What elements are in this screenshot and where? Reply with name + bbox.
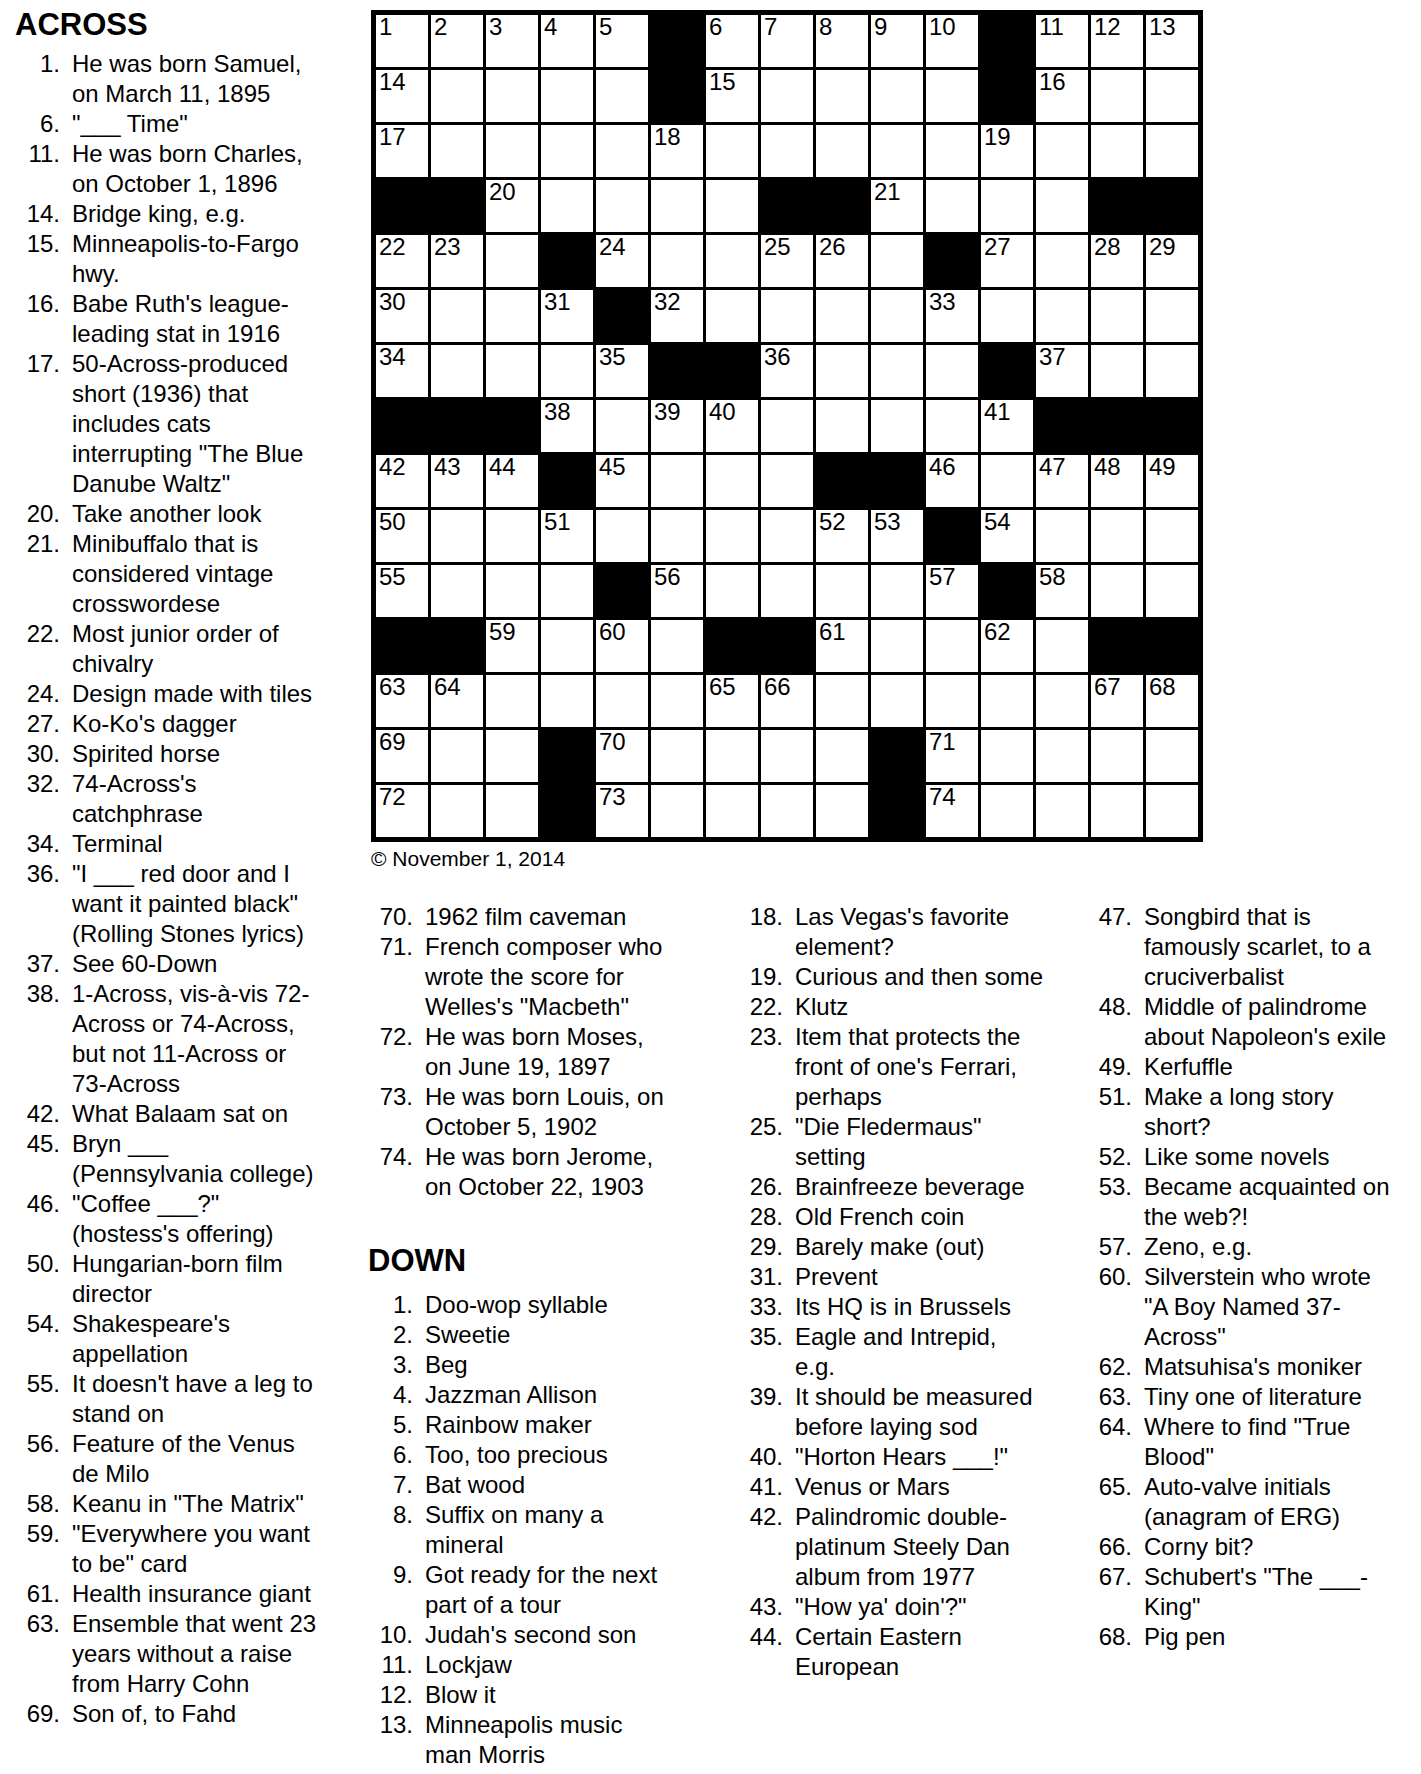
cell-r15c13[interactable] (1036, 785, 1088, 837)
clue-text: Kerfuffle (1144, 1052, 1233, 1082)
cell-r9c1[interactable]: 42 (376, 455, 428, 507)
cell-number: 50 (379, 509, 406, 535)
clue: 8.Suffix on many a mineral (353, 1500, 683, 1560)
cell-r15c2[interactable] (431, 785, 483, 837)
cell-r11c1[interactable]: 55 (376, 565, 428, 617)
cell-r13c5[interactable] (596, 675, 648, 727)
cell-r2c8[interactable] (761, 70, 813, 122)
cell-r14c6[interactable] (651, 730, 703, 782)
cell-r1c3[interactable]: 3 (486, 15, 538, 67)
cell-r8c10[interactable] (871, 400, 923, 452)
clue-number: 38. (0, 979, 60, 1009)
clue: 11.He was born Charles, on October 1, 18… (0, 139, 360, 199)
cell-r5c7[interactable] (706, 235, 758, 287)
cell-r14c15[interactable] (1146, 730, 1198, 782)
cell-r5c10[interactable] (871, 235, 923, 287)
clue: 22.Klutz (723, 992, 1063, 1022)
cell-r2c10[interactable] (871, 70, 923, 122)
cell-r14c12[interactable] (981, 730, 1033, 782)
cell-number: 54 (984, 509, 1011, 535)
cell-r13c2[interactable]: 64 (431, 675, 483, 727)
cell-r8c5[interactable] (596, 400, 648, 452)
clue-text: French composer who wrote the score for … (425, 932, 662, 1022)
cell-r3c12[interactable]: 19 (981, 125, 1033, 177)
cell-r5c15[interactable]: 29 (1146, 235, 1198, 287)
cell-r13c8[interactable]: 66 (761, 675, 813, 727)
cell-r15c9[interactable] (816, 785, 868, 837)
cell-r13c13[interactable] (1036, 675, 1088, 727)
clue-text: "Die Fledermaus" setting (795, 1112, 981, 1172)
cell-r12c4[interactable] (541, 620, 593, 672)
clue: 65.Auto-valve initials (anagram of ERG) (1072, 1472, 1417, 1532)
cell-r3c6[interactable]: 18 (651, 125, 703, 177)
cell-r1c10[interactable]: 9 (871, 15, 923, 67)
clue: 5.Rainbow maker (353, 1410, 683, 1440)
cell-number: 34 (379, 344, 406, 370)
black-cell-r5c4 (541, 235, 593, 287)
clue: 42.What Balaam sat on (0, 1099, 360, 1129)
clue-number: 2. (353, 1320, 413, 1350)
cell-r11c9[interactable] (816, 565, 868, 617)
clue-text: Make a long story short? (1144, 1082, 1333, 1142)
cell-r9c8[interactable] (761, 455, 813, 507)
clue-number: 37. (0, 949, 60, 979)
clue: 41.Venus or Mars (723, 1472, 1063, 1502)
cell-r3c9[interactable] (816, 125, 868, 177)
cell-r11c4[interactable] (541, 565, 593, 617)
clue-number: 69. (0, 1699, 60, 1729)
clue-text: Spirited horse (72, 739, 220, 769)
clue-number: 13. (353, 1710, 413, 1740)
cell-number: 8 (819, 14, 832, 40)
cell-r12c9[interactable]: 61 (816, 620, 868, 672)
clue-number: 20. (0, 499, 60, 529)
cell-r3c14[interactable] (1091, 125, 1143, 177)
clue-text: Rainbow maker (425, 1410, 592, 1440)
cell-r13c6[interactable] (651, 675, 703, 727)
cell-r10c4[interactable]: 51 (541, 510, 593, 562)
cell-r13c1[interactable]: 63 (376, 675, 428, 727)
cell-number: 68 (1149, 674, 1176, 700)
cell-r2c4[interactable] (541, 70, 593, 122)
clue: 40."Horton Hears ___!" (723, 1442, 1063, 1472)
cell-r3c1[interactable]: 17 (376, 125, 428, 177)
clue-number: 11. (0, 139, 60, 169)
cell-r6c1[interactable]: 30 (376, 290, 428, 342)
cell-r11c15[interactable] (1146, 565, 1198, 617)
cell-r11c8[interactable] (761, 565, 813, 617)
cell-r1c7[interactable]: 6 (706, 15, 758, 67)
cell-r11c2[interactable] (431, 565, 483, 617)
cell-r8c7[interactable]: 40 (706, 400, 758, 452)
cell-r4c4[interactable] (541, 180, 593, 232)
cell-r11c13[interactable]: 58 (1036, 565, 1088, 617)
cell-r7c15[interactable] (1146, 345, 1198, 397)
clue-number: 66. (1072, 1532, 1132, 1562)
cell-r8c8[interactable] (761, 400, 813, 452)
cell-r5c5[interactable]: 24 (596, 235, 648, 287)
cell-r8c12[interactable]: 41 (981, 400, 1033, 452)
cell-number: 73 (599, 784, 626, 810)
clue-text: Jazzman Allison (425, 1380, 597, 1410)
cell-r2c5[interactable] (596, 70, 648, 122)
cell-r13c7[interactable]: 65 (706, 675, 758, 727)
cell-number: 12 (1094, 14, 1121, 40)
clue-number: 22. (0, 619, 60, 649)
cell-r2c11[interactable] (926, 70, 978, 122)
clue-text: See 60-Down (72, 949, 217, 979)
cell-r13c14[interactable]: 67 (1091, 675, 1143, 727)
cell-r2c9[interactable] (816, 70, 868, 122)
clue-text: Klutz (795, 992, 848, 1022)
black-cell-r2c12 (981, 70, 1033, 122)
cell-r8c4[interactable]: 38 (541, 400, 593, 452)
cell-r12c10[interactable] (871, 620, 923, 672)
clue: 38.1-Across, vis-à-vis 72- Across or 74-… (0, 979, 360, 1099)
cell-r12c13[interactable] (1036, 620, 1088, 672)
clue: 63.Tiny one of literature (1072, 1382, 1417, 1412)
cell-r3c3[interactable] (486, 125, 538, 177)
clue: 39.It should be measured before laying s… (723, 1382, 1063, 1442)
clue-text: Certain Eastern European (795, 1622, 962, 1682)
black-cell-r14c4 (541, 730, 593, 782)
clue-number: 12. (353, 1680, 413, 1710)
cell-r13c12[interactable] (981, 675, 1033, 727)
cell-r1c8[interactable]: 7 (761, 15, 813, 67)
cell-r15c14[interactable] (1091, 785, 1143, 837)
clue-number: 33. (723, 1292, 783, 1322)
down-clue-list: 1.Doo-wop syllable2.Sweetie3.Beg4.Jazzma… (353, 1290, 683, 1770)
clue-text: Minneapolis-to-Fargo hwy. (72, 229, 299, 289)
cell-r9c15[interactable]: 49 (1146, 455, 1198, 507)
clue: 69.Son of, to Fahd (0, 1699, 360, 1729)
cell-r2c13[interactable]: 16 (1036, 70, 1088, 122)
cell-r5c3[interactable] (486, 235, 538, 287)
clue-number: 63. (1072, 1382, 1132, 1412)
clue: 45.Bryn ___ (Pennsylvania college) (0, 1129, 360, 1189)
black-cell-r15c10 (871, 785, 923, 837)
clue-number: 19. (723, 962, 783, 992)
clue: 49.Kerfuffle (1072, 1052, 1417, 1082)
cell-r11c7[interactable] (706, 565, 758, 617)
cell-r9c11[interactable]: 46 (926, 455, 978, 507)
clue-text: 50-Across-produced short (1936) that inc… (72, 349, 303, 499)
cell-r14c3[interactable] (486, 730, 538, 782)
cell-r3c4[interactable] (541, 125, 593, 177)
clue-number: 27. (0, 709, 60, 739)
cell-r13c4[interactable] (541, 675, 593, 727)
black-cell-r12c8 (761, 620, 813, 672)
cell-r9c6[interactable] (651, 455, 703, 507)
clue-number: 43. (723, 1592, 783, 1622)
cell-r6c2[interactable] (431, 290, 483, 342)
cell-r2c3[interactable] (486, 70, 538, 122)
cell-r5c1[interactable]: 22 (376, 235, 428, 287)
clue-number: 14. (0, 199, 60, 229)
cell-r6c13[interactable] (1036, 290, 1088, 342)
clue: 52.Like some novels (1072, 1142, 1417, 1172)
cell-r1c13[interactable]: 11 (1036, 15, 1088, 67)
cell-r6c9[interactable] (816, 290, 868, 342)
clue-text: Auto-valve initials (anagram of ERG) (1144, 1472, 1340, 1532)
clue: 59."Everywhere you want to be" card (0, 1519, 360, 1579)
cell-r10c13[interactable] (1036, 510, 1088, 562)
cell-r3c7[interactable] (706, 125, 758, 177)
cell-r2c7[interactable]: 15 (706, 70, 758, 122)
clue-text: "I ___ red door and I want it painted bl… (72, 859, 304, 949)
cell-r4c5[interactable] (596, 180, 648, 232)
cell-r7c5[interactable]: 35 (596, 345, 648, 397)
cell-r6c8[interactable] (761, 290, 813, 342)
clue-text: Its HQ is in Brussels (795, 1292, 1011, 1322)
cell-r9c7[interactable] (706, 455, 758, 507)
cell-number: 7 (764, 14, 777, 40)
cell-number: 30 (379, 289, 406, 315)
clue-number: 32. (0, 769, 60, 799)
cell-r6c14[interactable] (1091, 290, 1143, 342)
clue-text: Babe Ruth's league- leading stat in 1916 (72, 289, 289, 349)
clue: 14.Bridge king, e.g. (0, 199, 360, 229)
cell-r6c7[interactable] (706, 290, 758, 342)
cell-r14c1[interactable]: 69 (376, 730, 428, 782)
cell-r5c8[interactable]: 25 (761, 235, 813, 287)
cell-r10c8[interactable] (761, 510, 813, 562)
clue-number: 7. (353, 1470, 413, 1500)
cell-r4c7[interactable] (706, 180, 758, 232)
cell-r5c12[interactable]: 27 (981, 235, 1033, 287)
clue-number: 24. (0, 679, 60, 709)
cell-r3c15[interactable] (1146, 125, 1198, 177)
cell-r5c9[interactable]: 26 (816, 235, 868, 287)
clue-number: 62. (1072, 1352, 1132, 1382)
cell-number: 69 (379, 729, 406, 755)
cell-r6c15[interactable] (1146, 290, 1198, 342)
cell-r5c13[interactable] (1036, 235, 1088, 287)
cell-r7c11[interactable] (926, 345, 978, 397)
cell-r6c11[interactable]: 33 (926, 290, 978, 342)
cell-r10c7[interactable] (706, 510, 758, 562)
clue-number: 26. (723, 1172, 783, 1202)
clue-text: Venus or Mars (795, 1472, 950, 1502)
cell-r4c11[interactable] (926, 180, 978, 232)
cell-number: 67 (1094, 674, 1121, 700)
cell-r1c15[interactable]: 13 (1146, 15, 1198, 67)
clue: 13.Minneapolis music man Morris (353, 1710, 683, 1770)
cell-r15c3[interactable] (486, 785, 538, 837)
clue-number: 72. (353, 1022, 413, 1052)
cell-r14c5[interactable]: 70 (596, 730, 648, 782)
cell-r2c1[interactable]: 14 (376, 70, 428, 122)
cell-r15c11[interactable]: 74 (926, 785, 978, 837)
down-clue-list-end: 47.Songbird that is famously scarlet, to… (1072, 902, 1417, 1652)
clue-number: 4. (353, 1380, 413, 1410)
black-cell-r4c2 (431, 180, 483, 232)
clue: 24.Design made with tiles (0, 679, 360, 709)
cell-r1c5[interactable]: 5 (596, 15, 648, 67)
cell-r10c5[interactable] (596, 510, 648, 562)
cell-r4c13[interactable] (1036, 180, 1088, 232)
cell-r12c5[interactable]: 60 (596, 620, 648, 672)
cell-number: 70 (599, 729, 626, 755)
cell-r9c3[interactable]: 44 (486, 455, 538, 507)
cell-r12c3[interactable]: 59 (486, 620, 538, 672)
cell-r14c2[interactable] (431, 730, 483, 782)
clue-number: 40. (723, 1442, 783, 1472)
cell-r1c4[interactable]: 4 (541, 15, 593, 67)
cell-r12c12[interactable]: 62 (981, 620, 1033, 672)
clue-number: 48. (1072, 992, 1132, 1022)
black-cell-r8c1 (376, 400, 428, 452)
cell-r3c10[interactable] (871, 125, 923, 177)
clue-number: 29. (723, 1232, 783, 1262)
cell-r4c12[interactable] (981, 180, 1033, 232)
clue-text: Doo-wop syllable (425, 1290, 608, 1320)
cell-r14c14[interactable] (1091, 730, 1143, 782)
clue-number: 25. (723, 1112, 783, 1142)
cell-r1c2[interactable]: 2 (431, 15, 483, 67)
cell-r15c6[interactable] (651, 785, 703, 837)
cell-r15c5[interactable]: 73 (596, 785, 648, 837)
cell-r13c10[interactable] (871, 675, 923, 727)
cell-r7c13[interactable]: 37 (1036, 345, 1088, 397)
cell-r15c8[interactable] (761, 785, 813, 837)
cell-r14c8[interactable] (761, 730, 813, 782)
cell-r5c6[interactable] (651, 235, 703, 287)
cell-r9c12[interactable] (981, 455, 1033, 507)
cell-number: 72 (379, 784, 406, 810)
cell-number: 23 (434, 234, 461, 260)
cell-r12c11[interactable] (926, 620, 978, 672)
cell-r10c12[interactable]: 54 (981, 510, 1033, 562)
cell-number: 35 (599, 344, 626, 370)
cell-r1c1[interactable]: 1 (376, 15, 428, 67)
clue-text: Health insurance giant (72, 1579, 311, 1609)
cell-r4c6[interactable] (651, 180, 703, 232)
cell-r12c6[interactable] (651, 620, 703, 672)
cell-r7c9[interactable] (816, 345, 868, 397)
cell-r9c2[interactable]: 43 (431, 455, 483, 507)
cell-number: 18 (654, 124, 681, 150)
cell-r7c3[interactable] (486, 345, 538, 397)
cell-r7c1[interactable]: 34 (376, 345, 428, 397)
cell-r8c11[interactable] (926, 400, 978, 452)
cell-number: 43 (434, 454, 461, 480)
cell-r10c6[interactable] (651, 510, 703, 562)
cell-r2c14[interactable] (1091, 70, 1143, 122)
cell-r15c7[interactable] (706, 785, 758, 837)
cell-r9c14[interactable]: 48 (1091, 455, 1143, 507)
cell-r14c7[interactable] (706, 730, 758, 782)
cell-r11c14[interactable] (1091, 565, 1143, 617)
cell-r3c11[interactable] (926, 125, 978, 177)
cell-r10c15[interactable] (1146, 510, 1198, 562)
clue: 72.He was born Moses, on June 19, 1897 (353, 1022, 683, 1082)
cell-r10c2[interactable] (431, 510, 483, 562)
cell-r6c12[interactable] (981, 290, 1033, 342)
cell-r8c6[interactable]: 39 (651, 400, 703, 452)
cell-r13c11[interactable] (926, 675, 978, 727)
cell-r9c13[interactable]: 47 (1036, 455, 1088, 507)
clue: 70.1962 film caveman (353, 902, 683, 932)
clue-text: Hungarian-born film director (72, 1249, 283, 1309)
cell-r11c3[interactable] (486, 565, 538, 617)
cell-r3c5[interactable] (596, 125, 648, 177)
cell-r7c4[interactable] (541, 345, 593, 397)
cell-number: 20 (489, 179, 516, 205)
cell-r15c12[interactable] (981, 785, 1033, 837)
black-cell-r12c14 (1091, 620, 1143, 672)
cell-r15c1[interactable]: 72 (376, 785, 428, 837)
cell-r14c9[interactable] (816, 730, 868, 782)
cell-r6c10[interactable] (871, 290, 923, 342)
cell-r8c9[interactable] (816, 400, 868, 452)
cell-r2c2[interactable] (431, 70, 483, 122)
cell-r13c15[interactable]: 68 (1146, 675, 1198, 727)
cell-r10c14[interactable] (1091, 510, 1143, 562)
cell-r15c15[interactable] (1146, 785, 1198, 837)
black-cell-r10c11 (926, 510, 978, 562)
cell-r1c9[interactable]: 8 (816, 15, 868, 67)
clue: 43."How ya' doin'?" (723, 1592, 1063, 1622)
across-clue-list: 1.He was born Samuel, on March 11, 18956… (0, 49, 360, 1729)
cell-r7c14[interactable] (1091, 345, 1143, 397)
cell-number: 55 (379, 564, 406, 590)
cell-r10c10[interactable]: 53 (871, 510, 923, 562)
cell-r5c2[interactable]: 23 (431, 235, 483, 287)
black-cell-r4c9 (816, 180, 868, 232)
cell-r6c3[interactable] (486, 290, 538, 342)
cell-r1c11[interactable]: 10 (926, 15, 978, 67)
clue: 3.Beg (353, 1350, 683, 1380)
cell-r9c5[interactable]: 45 (596, 455, 648, 507)
cell-r10c9[interactable]: 52 (816, 510, 868, 562)
clue-number: 5. (353, 1410, 413, 1440)
cell-r14c11[interactable]: 71 (926, 730, 978, 782)
cell-r6c4[interactable]: 31 (541, 290, 593, 342)
cell-r1c14[interactable]: 12 (1091, 15, 1143, 67)
cell-r7c10[interactable] (871, 345, 923, 397)
cell-r3c13[interactable] (1036, 125, 1088, 177)
cell-r11c6[interactable]: 56 (651, 565, 703, 617)
cell-r13c9[interactable] (816, 675, 868, 727)
cell-r13c3[interactable] (486, 675, 538, 727)
cell-r7c2[interactable] (431, 345, 483, 397)
cell-number: 57 (929, 564, 956, 590)
cell-r10c3[interactable] (486, 510, 538, 562)
black-cell-r12c7 (706, 620, 758, 672)
cell-r4c10[interactable]: 21 (871, 180, 923, 232)
cell-r4c3[interactable]: 20 (486, 180, 538, 232)
cell-r3c8[interactable] (761, 125, 813, 177)
clue: 28.Old French coin (723, 1202, 1063, 1232)
cell-r2c15[interactable] (1146, 70, 1198, 122)
cell-r11c10[interactable] (871, 565, 923, 617)
cell-r10c1[interactable]: 50 (376, 510, 428, 562)
cell-r6c6[interactable]: 32 (651, 290, 703, 342)
black-cell-r8c13 (1036, 400, 1088, 452)
cell-number: 40 (709, 399, 736, 425)
cell-r11c11[interactable]: 57 (926, 565, 978, 617)
cell-r5c14[interactable]: 28 (1091, 235, 1143, 287)
clue: 6.Too, too precious (353, 1440, 683, 1470)
cell-number: 33 (929, 289, 956, 315)
cell-r7c8[interactable]: 36 (761, 345, 813, 397)
clue: 56.Feature of the Venus de Milo (0, 1429, 360, 1489)
cell-r14c13[interactable] (1036, 730, 1088, 782)
cell-number: 10 (929, 14, 956, 40)
cell-r3c2[interactable] (431, 125, 483, 177)
clue-text: He was born Charles, on October 1, 1896 (72, 139, 303, 199)
